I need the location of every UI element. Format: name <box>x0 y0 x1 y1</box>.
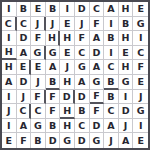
grid-cell[interactable]: A <box>46 60 61 75</box>
grid-cell[interactable]: A <box>90 60 105 75</box>
cell-letter: B <box>49 77 56 87</box>
grid-cell[interactable]: E <box>31 2 46 17</box>
cell-letter: J <box>22 92 26 102</box>
cell-letter: C <box>93 4 100 14</box>
cell-letter: I <box>7 92 11 102</box>
cell-letter: J <box>124 121 128 131</box>
grid-cell[interactable]: D <box>90 46 105 61</box>
grid-cell[interactable]: B <box>104 75 119 90</box>
cell-letter: B <box>34 136 41 146</box>
cell-letter: B <box>122 19 129 29</box>
grid-cell[interactable]: A <box>2 75 17 90</box>
cell-letter: F <box>34 92 41 102</box>
cell-letter: C <box>19 106 26 116</box>
cell-letter: G <box>63 136 71 146</box>
word-search-grid: IBEBIDCAHECCJJEJFIBGIDFHHFABHIHAGGECDIEC… <box>0 0 150 150</box>
grid-cell[interactable]: A <box>17 119 32 134</box>
grid-cell[interactable]: A <box>17 46 32 61</box>
cell-letter: A <box>49 62 56 72</box>
cell-letter: E <box>6 136 13 146</box>
cell-letter: A <box>93 62 100 72</box>
grid-cell[interactable]: C <box>75 119 90 134</box>
grid-cell[interactable]: B <box>17 2 32 17</box>
grid-cell[interactable]: A <box>104 119 119 134</box>
cell-letter: F <box>49 106 56 116</box>
cell-letter: G <box>92 77 100 87</box>
grid-cell[interactable]: I <box>60 2 75 17</box>
grid-cell[interactable]: G <box>133 17 148 32</box>
cell-letter: J <box>36 19 40 29</box>
grid-cell[interactable]: F <box>90 104 105 119</box>
grid-cell[interactable]: J <box>104 133 119 148</box>
cell-letter: J <box>80 19 84 29</box>
grid-cell[interactable]: J <box>133 90 148 105</box>
cell-letter: C <box>78 121 85 131</box>
cell-letter: G <box>137 19 145 29</box>
cell-letter: H <box>122 62 130 72</box>
cell-letter: I <box>124 92 128 102</box>
cell-letter: E <box>137 4 144 14</box>
grid-cell[interactable]: C <box>104 104 119 119</box>
cell-letter: H <box>48 33 56 43</box>
cell-letter: G <box>34 48 42 58</box>
grid-cell[interactable]: G <box>90 133 105 148</box>
grid-cell[interactable]: J <box>119 119 134 134</box>
cell-letter: H <box>63 33 71 43</box>
grid-cell[interactable]: E <box>17 60 32 75</box>
grid-cell[interactable]: F <box>90 90 105 105</box>
cell-letter: A <box>107 4 114 14</box>
grid-cell[interactable]: E <box>133 2 148 17</box>
grid-cell[interactable]: J <box>31 75 46 90</box>
grid-cell[interactable]: B <box>75 104 90 119</box>
grid-cell[interactable]: H <box>46 31 61 46</box>
grid-cell[interactable]: A <box>104 2 119 17</box>
grid-cell[interactable]: F <box>17 133 32 148</box>
grid-cell[interactable]: I <box>119 90 134 105</box>
grid-cell[interactable]: C <box>90 2 105 17</box>
cell-letter: F <box>20 136 27 146</box>
cell-letter: D <box>19 33 27 43</box>
cell-letter: J <box>109 136 113 146</box>
cell-letter: J <box>36 77 40 87</box>
cell-letter: F <box>93 19 100 29</box>
cell-letter: A <box>78 77 85 87</box>
grid-cell[interactable]: G <box>75 60 90 75</box>
grid-cell[interactable]: B <box>46 119 61 134</box>
cell-letter: J <box>65 62 69 72</box>
grid-cell[interactable]: G <box>60 133 75 148</box>
grid-cell[interactable]: D <box>75 90 90 105</box>
grid-cell[interactable]: I <box>2 2 17 17</box>
cell-letter: I <box>109 48 113 58</box>
grid-cell[interactable]: C <box>2 17 17 32</box>
cell-letter: F <box>35 33 42 43</box>
cell-letter: H <box>122 33 130 43</box>
grid-cell[interactable]: J <box>2 104 17 119</box>
grid-cell[interactable]: G <box>31 119 46 134</box>
cell-letter: D <box>49 136 57 146</box>
grid-cell[interactable]: E <box>2 133 17 148</box>
grid-cell[interactable]: H <box>2 46 17 61</box>
cell-letter: H <box>63 121 71 131</box>
grid-cell[interactable]: B <box>46 2 61 17</box>
cell-letter: J <box>7 106 11 116</box>
cell-letter: F <box>137 62 144 72</box>
cell-letter: A <box>122 136 129 146</box>
grid-cell[interactable]: G <box>90 75 105 90</box>
cell-letter: B <box>49 4 56 14</box>
grid-cell[interactable]: F <box>90 17 105 32</box>
cell-letter: H <box>5 62 13 72</box>
grid-cell[interactable]: B <box>31 133 46 148</box>
grid-cell[interactable]: A <box>90 31 105 46</box>
grid-cell[interactable]: F <box>46 104 61 119</box>
grid-cell[interactable]: I <box>133 31 148 46</box>
cell-letter: E <box>122 48 129 58</box>
grid-cell[interactable]: H <box>119 2 134 17</box>
grid-cell[interactable]: D <box>75 133 90 148</box>
cell-letter: E <box>64 19 71 29</box>
cell-letter: G <box>122 77 130 87</box>
cell-letter: C <box>35 106 42 116</box>
cell-letter: E <box>35 62 42 72</box>
grid-cell[interactable]: D <box>60 90 75 105</box>
grid-cell[interactable]: F <box>31 90 46 105</box>
grid-cell[interactable]: B <box>104 31 119 46</box>
grid-cell[interactable]: C <box>17 104 32 119</box>
grid-cell[interactable]: I <box>104 46 119 61</box>
cell-letter: I <box>65 4 69 14</box>
grid-cell[interactable]: D <box>46 133 61 148</box>
cell-letter: G <box>137 106 145 116</box>
grid-cell[interactable]: J <box>46 17 61 32</box>
cell-letter: E <box>64 48 71 58</box>
grid-cell[interactable]: C <box>31 104 46 119</box>
cell-letter: H <box>122 4 130 14</box>
cell-letter: G <box>34 121 42 131</box>
cell-letter: G <box>78 62 86 72</box>
grid-cell[interactable]: H <box>60 104 75 119</box>
cell-letter: J <box>51 19 55 29</box>
cell-letter: I <box>109 19 113 29</box>
grid-cell[interactable]: D <box>119 104 134 119</box>
cell-letter: I <box>139 33 143 43</box>
cell-letter: E <box>35 4 42 14</box>
cell-letter: A <box>20 48 27 58</box>
grid-cell[interactable]: B <box>104 90 119 105</box>
cell-letter: B <box>49 121 56 131</box>
cell-letter: C <box>20 19 27 29</box>
grid-cell[interactable]: F <box>75 31 90 46</box>
cell-letter: B <box>107 92 114 102</box>
cell-letter: A <box>20 121 27 131</box>
grid-cell[interactable]: D <box>75 2 90 17</box>
cell-letter: G <box>92 136 100 146</box>
grid-cell[interactable]: B <box>46 75 61 90</box>
grid-cell[interactable]: H <box>119 60 134 75</box>
grid-cell[interactable]: E <box>60 46 75 61</box>
cell-letter: H <box>63 77 71 87</box>
grid-cell[interactable]: E <box>60 17 75 32</box>
cell-letter: D <box>122 106 130 116</box>
grid-cell[interactable]: H <box>60 119 75 134</box>
cell-letter: F <box>93 106 100 116</box>
grid-cell[interactable]: E <box>133 133 148 148</box>
cell-letter: B <box>107 33 114 43</box>
cell-letter: C <box>108 106 115 116</box>
cell-letter: D <box>78 136 86 146</box>
cell-letter: A <box>5 77 12 87</box>
grid-cell[interactable]: I <box>2 119 17 134</box>
grid-cell[interactable]: D <box>17 31 32 46</box>
cell-letter: C <box>108 62 115 72</box>
grid-cell[interactable]: H <box>2 60 17 75</box>
grid-cell[interactable]: F <box>46 90 61 105</box>
grid-cell[interactable]: G <box>46 46 61 61</box>
cell-letter: F <box>93 91 100 101</box>
cell-letter: C <box>5 19 12 29</box>
cell-letter: F <box>49 92 56 102</box>
grid-cell[interactable]: E <box>31 60 46 75</box>
cell-letter: D <box>78 4 86 14</box>
cell-letter: B <box>107 77 114 87</box>
grid-cell[interactable]: G <box>119 75 134 90</box>
grid-cell[interactable]: J <box>75 17 90 32</box>
cell-letter: D <box>78 92 86 102</box>
cell-letter: G <box>49 48 57 58</box>
grid-cell[interactable]: D <box>90 119 105 134</box>
cell-letter: E <box>137 77 144 87</box>
cell-letter: A <box>93 33 100 43</box>
cell-letter: E <box>20 62 27 72</box>
cell-letter: C <box>78 48 85 58</box>
grid-cell[interactable]: B <box>119 17 134 32</box>
cell-letter: B <box>20 4 27 14</box>
grid-cell[interactable]: E <box>133 75 148 90</box>
grid-cell[interactable]: J <box>31 17 46 32</box>
cell-letter: I <box>7 121 11 131</box>
cell-letter: I <box>7 4 11 14</box>
cell-letter: F <box>79 33 86 43</box>
grid-cell[interactable]: H <box>60 75 75 90</box>
grid-cell[interactable]: G <box>133 104 148 119</box>
grid-cell[interactable]: J <box>60 60 75 75</box>
grid-cell[interactable]: D <box>17 75 32 90</box>
cell-letter: D <box>92 121 100 131</box>
grid-cell[interactable]: G <box>31 46 46 61</box>
cell-letter: D <box>19 77 27 87</box>
grid-cell[interactable]: F <box>133 60 148 75</box>
cell-letter: D <box>92 48 100 58</box>
grid-cell[interactable]: C <box>75 46 90 61</box>
cell-letter: B <box>78 106 85 116</box>
cell-letter: C <box>137 48 144 58</box>
grid-cell[interactable]: I <box>104 17 119 32</box>
grid-cell[interactable]: H <box>60 31 75 46</box>
grid-cell[interactable]: A <box>119 133 134 148</box>
cell-letter: J <box>139 92 143 102</box>
cell-letter: H <box>5 47 13 57</box>
grid-cell[interactable]: A <box>75 75 90 90</box>
cell-letter: I <box>139 121 143 131</box>
cell-letter: E <box>137 136 144 146</box>
cell-letter: D <box>63 92 71 102</box>
grid-cell[interactable]: J <box>17 90 32 105</box>
grid-cell[interactable]: I <box>2 90 17 105</box>
cell-letter: A <box>107 121 114 131</box>
grid-cell[interactable]: I <box>133 119 148 134</box>
grid-cell[interactable]: H <box>119 31 134 46</box>
grid-cell[interactable]: E <box>119 46 134 61</box>
grid-cell[interactable]: F <box>31 31 46 46</box>
cell-letter: H <box>63 106 71 116</box>
grid-cell[interactable]: C <box>17 17 32 32</box>
cell-letter: I <box>7 33 11 43</box>
grid-cell[interactable]: C <box>133 46 148 61</box>
grid-cell[interactable]: C <box>104 60 119 75</box>
grid-cell[interactable]: I <box>2 31 17 46</box>
